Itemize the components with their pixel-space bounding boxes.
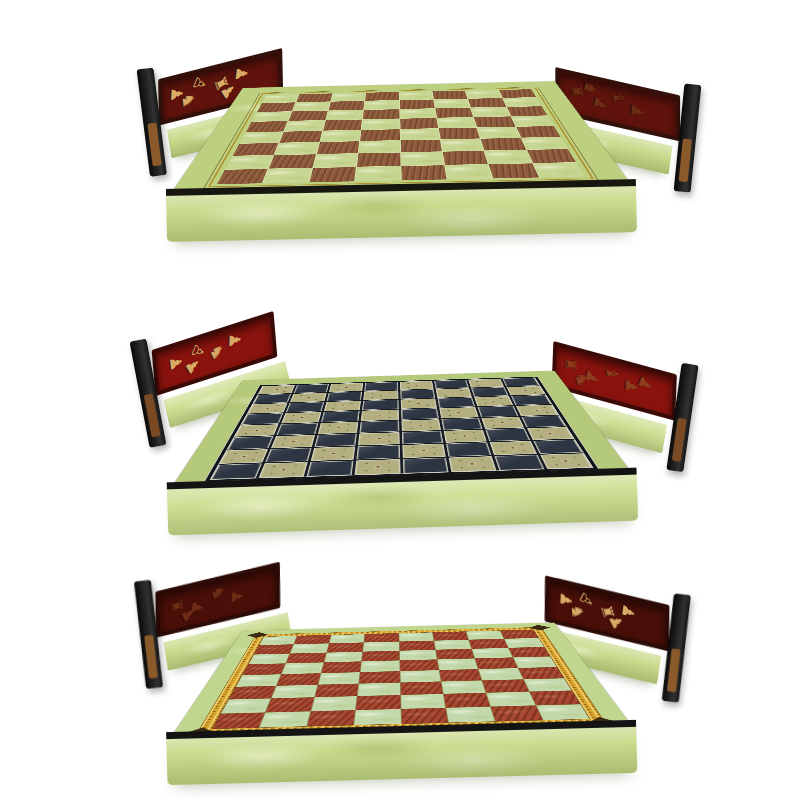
square-h5 [513,657,556,668]
square-f6 [435,108,473,118]
square-c6 [326,110,363,120]
square-h7 [506,386,545,395]
square-b7 [290,393,327,403]
square-e5 [400,660,439,671]
square-g1 [489,163,539,178]
square-a3 [227,436,273,449]
square-c4 [318,672,360,684]
square-f5 [438,659,478,670]
checkerboard [211,378,593,480]
square-b3 [275,142,319,155]
square-g3 [481,138,526,151]
square-e1 [402,458,448,474]
square-c1 [309,167,356,182]
square-d7 [363,390,398,400]
square-e1 [401,708,448,724]
square-g4 [481,417,524,429]
square-a7 [253,394,291,404]
square-h1 [536,704,589,720]
square-a1 [213,713,266,729]
square-f3 [441,681,485,694]
square-g6 [474,396,513,406]
checkerboard [213,630,590,729]
square-e3 [400,682,442,695]
square-b1 [259,462,308,478]
square-c4 [320,130,361,142]
square-d5 [361,661,400,672]
square-e5 [400,118,438,129]
box-front [166,720,637,785]
square-f1 [445,164,493,179]
square-h4 [516,126,560,138]
square-f8 [434,380,469,389]
square-e3 [401,431,442,444]
square-a1 [211,463,262,479]
board-top [162,15,636,201]
square-g2 [487,692,535,706]
square-b5 [281,412,321,423]
square-d4 [359,671,399,683]
square-g8 [468,379,504,388]
square-h8 [502,378,539,387]
square-g3 [483,679,529,692]
square-a5 [243,664,286,675]
square-f2 [444,693,490,707]
chess-box-variant-walnut[interactable]: ♟♙♜♟♞♟ ♜♟♝♟♞ [47,5,752,280]
square-g6 [471,107,510,117]
square-f4 [439,669,481,681]
square-g4 [477,127,520,139]
square-h2 [530,691,580,705]
square-c1 [307,710,355,726]
square-b4 [277,673,320,685]
square-d8 [365,382,398,391]
square-b2 [265,448,312,463]
square-c2 [311,446,356,461]
square-h4 [518,667,564,679]
square-c3 [317,141,360,154]
product-gallery: ♟♙♜♟♞♟ ♜♟♝♟♞ ♟♙♞♟♟ [0,0,800,800]
square-f7 [435,388,471,398]
square-d1 [354,709,400,725]
square-e5 [401,408,439,419]
square-d3 [358,432,399,445]
square-e4 [401,419,441,431]
square-e6 [400,108,436,118]
square-e2 [401,152,444,166]
square-a4 [240,132,284,144]
square-a5 [246,121,288,132]
square-a4 [235,424,279,436]
square-c5 [321,411,360,422]
square-d6 [362,400,398,410]
square-g2 [485,150,532,164]
checkerboard [217,89,585,184]
square-g7 [471,387,508,397]
square-b3 [272,685,317,698]
square-e1 [401,165,446,180]
square-f4 [441,418,482,430]
square-g1 [494,455,544,471]
square-a3 [229,686,276,700]
chess-box-variant-mosaic[interactable]: ♟♙♞♟♟ ♜♟♝♟♞♟ [46,284,754,566]
square-a6 [248,403,288,414]
square-b6 [286,402,325,412]
square-a2 [220,449,269,464]
square-e8 [400,381,434,390]
square-h4 [521,415,566,427]
square-c4 [318,422,359,434]
square-f4 [439,128,480,140]
square-b5 [284,120,325,131]
square-b3 [271,435,315,448]
square-a2 [221,699,271,714]
square-h1 [540,453,592,469]
square-e4 [400,670,441,682]
square-a1 [217,169,268,184]
square-e7 [400,389,435,399]
square-b4 [276,423,318,435]
square-h6 [511,395,552,405]
square-c5 [321,662,361,673]
square-f3 [443,430,486,443]
square-c6 [324,401,361,411]
square-d4 [360,129,399,141]
square-g4 [479,668,523,680]
square-h3 [521,137,568,150]
square-b4 [280,131,322,143]
board-frame [196,627,606,734]
board-top [162,556,636,744]
square-b2 [266,697,314,712]
square-h5 [511,116,553,127]
square-f5 [439,407,478,418]
square-c3 [315,433,357,446]
square-d2 [357,153,400,167]
board-frame [208,88,594,188]
chess-box-variant-rust-gold[interactable]: ♜♟♞♟♟ ♟♙♜♟♞♟ [47,547,754,800]
square-c1 [307,461,354,477]
square-g5 [474,116,515,127]
square-d4 [360,420,399,432]
square-f1 [448,456,496,472]
square-e6 [400,399,436,409]
square-h2 [527,149,576,163]
square-g2 [489,441,536,455]
square-d3 [358,683,400,696]
square-d5 [362,119,400,130]
square-d3 [359,140,400,153]
square-e3 [400,140,441,153]
square-d6 [363,109,399,119]
square-g1 [491,705,542,721]
square-d1 [355,459,400,475]
square-c2 [313,154,358,168]
square-e2 [402,444,445,458]
square-h6 [507,106,548,116]
square-c3 [315,684,359,697]
square-a6 [252,111,292,121]
square-e4 [400,128,440,140]
square-f5 [437,117,476,128]
board-top [162,304,637,495]
square-e2 [401,694,445,709]
square-h3 [527,427,574,440]
square-c7 [327,392,363,402]
square-a3 [233,143,279,156]
square-b6 [289,111,328,121]
square-b1 [260,711,310,727]
square-h2 [533,439,582,453]
square-h5 [516,405,558,416]
square-a5 [241,413,283,424]
square-c5 [323,120,362,131]
square-h3 [524,678,572,691]
square-d2 [357,445,400,459]
board-frame [204,376,600,481]
square-f1 [446,707,495,723]
square-g5 [475,658,517,669]
square-h1 [533,162,585,177]
square-g3 [485,428,530,441]
square-f3 [441,139,484,152]
square-d5 [361,410,399,421]
square-f2 [446,442,491,456]
box-front [166,179,637,242]
square-b5 [282,663,323,674]
square-b1 [263,168,312,183]
square-c2 [311,696,357,711]
square-f6 [437,397,475,407]
square-a2 [225,155,274,169]
square-f2 [443,151,488,165]
square-b2 [269,154,316,168]
square-a4 [236,674,281,686]
square-g5 [477,406,518,417]
square-d1 [355,166,400,181]
square-d2 [356,695,400,710]
